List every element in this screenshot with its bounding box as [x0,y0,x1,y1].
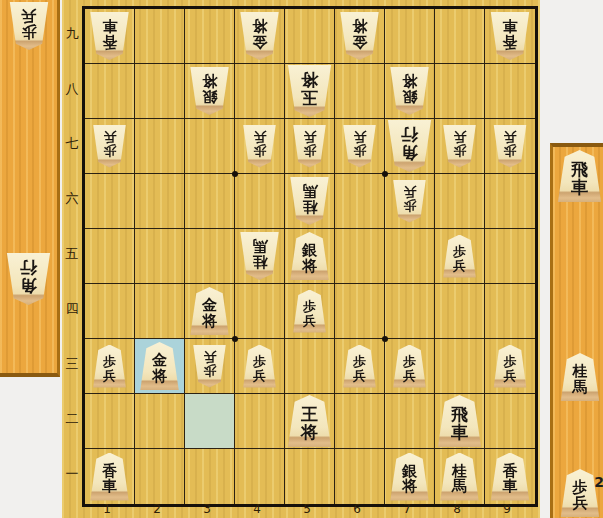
rank-label-7: 七 [62,116,82,171]
square-1-7[interactable]: 歩兵 [85,119,135,174]
rank-label-3: 三 [62,336,82,391]
square-4-2[interactable] [235,394,285,449]
piece-silver[interactable]: 銀将 [390,453,430,501]
piece-kanji: 金将 [340,12,380,60]
square-2-7[interactable] [135,119,185,174]
file-label-6: 6 [332,502,382,516]
piece-kanji: 歩兵 [93,345,127,388]
piece-kanji: 王将 [287,395,332,447]
square-5-7[interactable]: 歩兵 [285,119,335,174]
square-9-8[interactable] [485,64,535,119]
square-5-2[interactable]: 王将 [285,394,335,449]
rank-label-4: 四 [62,281,82,336]
square-7-8[interactable]: 銀将 [385,64,435,119]
piece-silver[interactable]: 銀将 [290,232,330,280]
piece-kanji: 歩兵 [493,125,527,168]
square-9-6[interactable] [485,174,535,229]
square-1-9[interactable]: 香車 [85,9,135,64]
square-9-1[interactable]: 香車 [485,449,535,504]
square-8-2[interactable]: 飛車 [435,394,485,449]
rank-label-8: 八 [62,61,82,116]
square-7-7[interactable]: 角行 [385,119,435,174]
square-7-6[interactable]: 歩兵 [385,174,435,229]
piece-kanji: 歩兵 [93,125,127,168]
square-6-5[interactable] [335,229,385,284]
square-5-3[interactable] [285,339,335,394]
piece-kanji: 歩兵 [193,345,227,388]
piece-silver[interactable]: 銀将 [390,67,430,115]
piece-pawn[interactable]: 歩兵 [493,125,527,168]
square-3-4[interactable]: 金将 [185,284,235,339]
piece-kanji: 歩兵 [443,235,477,278]
square-3-7[interactable] [185,119,235,174]
piece-lance[interactable]: 香車 [490,12,530,60]
square-8-5[interactable]: 歩兵 [435,229,485,284]
piece-kanji: 歩兵 [443,125,477,168]
rank-label-5: 五 [62,226,82,281]
piece-kanji: 歩兵 [393,180,427,223]
piece-lance[interactable]: 香車 [90,453,130,501]
square-1-3[interactable]: 歩兵 [85,339,135,394]
file-label-3: 3 [182,502,232,516]
square-3-8[interactable]: 銀将 [185,64,235,119]
square-2-8[interactable] [135,64,185,119]
shogi-board: 香車金将金将香車銀将玉将銀将歩兵歩兵歩兵歩兵角行歩兵歩兵桂馬歩兵桂馬銀将歩兵金将… [82,6,538,507]
piece-gold[interactable]: 金将 [240,12,280,60]
square-8-7[interactable]: 歩兵 [435,119,485,174]
square-7-2[interactable] [385,394,435,449]
square-9-4[interactable] [485,284,535,339]
square-6-2[interactable] [335,394,385,449]
square-6-9[interactable]: 金将 [335,9,385,64]
square-4-9[interactable]: 金将 [235,9,285,64]
piece-pawn[interactable]: 歩兵 [243,345,277,388]
piece-king[interactable]: 玉将 [287,65,332,117]
piece-kanji: 香車 [90,12,130,60]
square-7-1[interactable]: 銀将 [385,449,435,504]
piece-pawn[interactable]: 歩兵 [443,235,477,278]
piece-kanji: 歩兵 [393,345,427,388]
piece-kanji: 飛車 [557,150,602,202]
square-3-6[interactable] [185,174,235,229]
piece-kanji: 桂馬 [240,232,280,280]
square-5-5[interactable]: 銀将 [285,229,335,284]
square-1-2[interactable] [85,394,135,449]
shogi-app-screen: 歩兵角行 九八七六五四三二一 香車金将金将香車銀将玉将銀将歩兵歩兵歩兵歩兵角行歩… [0,0,603,518]
piece-kanji: 歩兵 [293,290,327,333]
piece-kanji: 香車 [90,453,130,501]
square-5-1[interactable] [285,449,335,504]
square-2-6[interactable] [135,174,185,229]
piece-kanji: 歩兵 [243,125,277,168]
square-6-3[interactable]: 歩兵 [335,339,385,394]
piece-king[interactable]: 王将 [287,395,332,447]
square-9-3[interactable]: 歩兵 [485,339,535,394]
rank-label-1: 一 [62,446,82,501]
square-1-8[interactable] [85,64,135,119]
square-5-9[interactable] [285,9,335,64]
square-9-9[interactable]: 香車 [485,9,535,64]
piece-knight[interactable]: 桂馬 [240,232,280,280]
piece-kanji: 金将 [240,12,280,60]
piece-kanji: 歩兵 [493,345,527,388]
left-piece-stand: 歩兵角行 [0,0,60,377]
piece-pawn[interactable]: 歩兵 [393,345,427,388]
piece-bishop[interactable]: 角行 [387,120,432,172]
square-1-1[interactable]: 香車 [85,449,135,504]
square-2-9[interactable] [135,9,185,64]
square-1-5[interactable] [85,229,135,284]
file-label-2: 2 [132,502,182,516]
square-4-3[interactable]: 歩兵 [235,339,285,394]
piece-bishop[interactable]: 角行 [6,253,51,305]
square-2-1[interactable] [135,449,185,504]
square-2-3[interactable]: 金将 [135,339,185,394]
file-label-5: 5 [282,502,332,516]
square-1-4[interactable] [85,284,135,339]
piece-lance[interactable]: 香車 [490,453,530,501]
square-8-1[interactable]: 桂馬 [435,449,485,504]
square-8-6[interactable] [435,174,485,229]
piece-rook[interactable]: 飛車 [557,150,602,202]
square-2-4[interactable] [135,284,185,339]
square-9-2[interactable] [485,394,535,449]
square-7-5[interactable] [385,229,435,284]
piece-kanji: 桂馬 [560,353,600,401]
square-8-4[interactable] [435,284,485,339]
square-2-2[interactable] [135,394,185,449]
rank-label-6: 六 [62,171,82,226]
piece-kanji: 歩兵 [343,345,377,388]
star-point [232,171,238,177]
piece-pawn[interactable]: 歩兵 [193,345,227,388]
piece-kanji: 玉将 [287,65,332,117]
piece-kanji: 銀将 [290,232,330,280]
square-6-1[interactable] [335,449,385,504]
square-8-9[interactable] [435,9,485,64]
square-6-6[interactable] [335,174,385,229]
piece-gold[interactable]: 金将 [140,342,180,390]
piece-pawn[interactable]: 歩兵 [443,125,477,168]
star-point [232,336,238,342]
rank-labels: 九八七六五四三二一 [62,6,82,501]
piece-pawn[interactable]: 歩兵 [493,345,527,388]
file-label-7: 7 [382,502,432,516]
piece-pawn[interactable]: 歩兵 [243,125,277,168]
piece-kanji: 歩兵 [343,125,377,168]
piece-kanji: 香車 [490,12,530,60]
square-4-7[interactable]: 歩兵 [235,119,285,174]
square-7-3[interactable]: 歩兵 [385,339,435,394]
piece-kanji: 飛車 [437,395,482,447]
square-9-7[interactable]: 歩兵 [485,119,535,174]
file-label-8: 8 [432,502,482,516]
star-point [382,336,388,342]
piece-kanji: 歩兵 [9,2,49,50]
square-3-3[interactable]: 歩兵 [185,339,235,394]
square-2-5[interactable] [135,229,185,284]
piece-gold[interactable]: 金将 [340,12,380,60]
square-6-8[interactable] [335,64,385,119]
star-point [382,171,388,177]
piece-pawn[interactable]: 歩兵 [93,125,127,168]
piece-kanji: 歩兵 [243,345,277,388]
piece-pawn[interactable]: 歩兵 [9,2,49,50]
file-label-4: 4 [232,502,282,516]
piece-pawn[interactable]: 歩兵 [393,180,427,223]
square-7-4[interactable] [385,284,435,339]
piece-kanji: 香車 [490,453,530,501]
square-9-5[interactable] [485,229,535,284]
piece-kanji: 桂馬 [290,177,330,225]
piece-knight[interactable]: 桂馬 [560,353,600,401]
square-3-2[interactable] [185,394,235,449]
file-labels: 123456789 [82,502,532,518]
square-4-6[interactable] [235,174,285,229]
piece-pawn[interactable]: 歩兵 [293,125,327,168]
piece-kanji: 角行 [387,120,432,172]
square-5-4[interactable]: 歩兵 [285,284,335,339]
square-3-5[interactable] [185,229,235,284]
piece-kanji: 角行 [6,253,51,305]
piece-kanji: 銀将 [190,67,230,115]
file-label-9: 9 [482,502,532,516]
piece-pawn[interactable]: 歩兵 [343,345,377,388]
piece-pawn[interactable]: 歩兵 [343,125,377,168]
square-6-4[interactable] [335,284,385,339]
piece-kanji: 桂馬 [440,453,480,501]
piece-kanji: 歩兵 [293,125,327,168]
square-4-4[interactable] [235,284,285,339]
piece-gold[interactable]: 金将 [190,287,230,335]
square-3-9[interactable] [185,9,235,64]
square-5-6[interactable]: 桂馬 [285,174,335,229]
square-7-9[interactable] [385,9,435,64]
square-8-3[interactable] [435,339,485,394]
board-wood: 九八七六五四三二一 香車金将金将香車銀将玉将銀将歩兵歩兵歩兵歩兵角行歩兵歩兵桂馬… [62,0,540,518]
square-3-1[interactable] [185,449,235,504]
piece-kanji: 銀将 [390,67,430,115]
square-4-5[interactable]: 桂馬 [235,229,285,284]
square-4-1[interactable] [235,449,285,504]
rank-label-2: 二 [62,391,82,446]
piece-lance[interactable]: 香車 [90,12,130,60]
piece-silver[interactable]: 銀将 [190,67,230,115]
piece-rook[interactable]: 飛車 [437,395,482,447]
square-6-7[interactable]: 歩兵 [335,119,385,174]
file-label-1: 1 [82,502,132,516]
right-piece-stand: 飛車桂馬歩兵2 [550,143,603,518]
piece-knight[interactable]: 桂馬 [290,177,330,225]
piece-pawn[interactable]: 歩兵 [93,345,127,388]
piece-pawn[interactable]: 歩兵 [293,290,327,333]
square-4-8[interactable] [235,64,285,119]
square-1-6[interactable] [85,174,135,229]
piece-knight[interactable]: 桂馬 [440,453,480,501]
piece-kanji: 銀将 [390,453,430,501]
square-5-8[interactable]: 玉将 [285,64,335,119]
hand-piece-count: 2 [594,474,603,490]
rank-label-9: 九 [62,6,82,61]
square-8-8[interactable] [435,64,485,119]
piece-kanji: 金将 [190,287,230,335]
piece-kanji: 金将 [140,342,180,390]
